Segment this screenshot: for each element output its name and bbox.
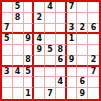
- cell-r3c4[interactable]: [34, 24, 45, 35]
- cell-r1c8[interactable]: [77, 2, 88, 13]
- cell-r8c3[interactable]: [24, 77, 35, 88]
- cell-r2c2[interactable]: 8: [13, 13, 24, 24]
- cell-r7c9[interactable]: 7: [88, 67, 99, 78]
- cell-r2c7[interactable]: [67, 13, 78, 24]
- cell-r3c8[interactable]: 2: [77, 24, 88, 35]
- cell-r2c4[interactable]: 2: [34, 13, 45, 24]
- cell-r5c1[interactable]: [2, 45, 13, 56]
- cell-r8c7[interactable]: [67, 77, 78, 88]
- cell-r3c1[interactable]: 7: [2, 24, 13, 35]
- cell-r7c2[interactable]: 4: [13, 67, 24, 78]
- cell-r2c8[interactable]: [77, 13, 88, 24]
- cell-r7c3[interactable]: 5: [24, 67, 35, 78]
- cell-r1c6[interactable]: [56, 2, 67, 13]
- cell-r1c5[interactable]: 4: [45, 2, 56, 13]
- cell-r5c7[interactable]: [67, 45, 78, 56]
- cell-r4c3[interactable]: 9: [24, 34, 35, 45]
- cell-r5c9[interactable]: [88, 45, 99, 56]
- cell-r2c1[interactable]: [2, 13, 13, 24]
- cell-r9c9[interactable]: [88, 88, 99, 99]
- cell-r6c2[interactable]: [13, 56, 24, 67]
- cell-r6c7[interactable]: 9: [67, 56, 78, 67]
- sudoku-board: 54782732659419588692345746179: [0, 0, 101, 101]
- cell-r1c1[interactable]: [2, 2, 13, 13]
- cell-r1c7[interactable]: 7: [67, 2, 78, 13]
- cell-r9c5[interactable]: 7: [45, 88, 56, 99]
- cell-r3c6[interactable]: [56, 24, 67, 35]
- cell-r6c4[interactable]: [34, 56, 45, 67]
- cell-r9c3[interactable]: 1: [24, 88, 35, 99]
- cell-r8c4[interactable]: [34, 77, 45, 88]
- cell-r3c3[interactable]: [24, 24, 35, 35]
- cell-r9c2[interactable]: [13, 88, 24, 99]
- cell-r8c8[interactable]: 6: [77, 77, 88, 88]
- cell-r6c3[interactable]: 8: [24, 56, 35, 67]
- cell-r3c2[interactable]: [13, 24, 24, 35]
- cell-r2c5[interactable]: [45, 13, 56, 24]
- cell-r5c4[interactable]: 9: [34, 45, 45, 56]
- cell-r3c9[interactable]: 6: [88, 24, 99, 35]
- cell-r8c1[interactable]: [2, 77, 13, 88]
- cell-r6c1[interactable]: [2, 56, 13, 67]
- cell-r9c1[interactable]: [2, 88, 13, 99]
- cell-r4c5[interactable]: [45, 34, 56, 45]
- cell-r1c2[interactable]: 5: [13, 2, 24, 13]
- cell-r5c5[interactable]: 5: [45, 45, 56, 56]
- cell-r2c3[interactable]: [24, 13, 35, 24]
- cell-r4c4[interactable]: 4: [34, 34, 45, 45]
- cell-r9c4[interactable]: [34, 88, 45, 99]
- cell-r8c2[interactable]: [13, 77, 24, 88]
- cell-r7c1[interactable]: 3: [2, 67, 13, 78]
- cell-r4c8[interactable]: [77, 34, 88, 45]
- cell-r9c6[interactable]: [56, 88, 67, 99]
- cell-r5c8[interactable]: [77, 45, 88, 56]
- cell-r2c6[interactable]: [56, 13, 67, 24]
- cell-r7c8[interactable]: [77, 67, 88, 78]
- cell-r5c3[interactable]: [24, 45, 35, 56]
- cell-r1c3[interactable]: [24, 2, 35, 13]
- cell-r8c9[interactable]: [88, 77, 99, 88]
- cell-r7c4[interactable]: [34, 67, 45, 78]
- cell-r3c5[interactable]: [45, 24, 56, 35]
- cell-r6c6[interactable]: 6: [56, 56, 67, 67]
- cell-r6c9[interactable]: 2: [88, 56, 99, 67]
- cell-r6c5[interactable]: [45, 56, 56, 67]
- cell-r2c9[interactable]: [88, 13, 99, 24]
- cell-r5c2[interactable]: [13, 45, 24, 56]
- cell-r3c7[interactable]: 3: [67, 24, 78, 35]
- cell-r8c6[interactable]: 4: [56, 77, 67, 88]
- cell-r8c5[interactable]: [45, 77, 56, 88]
- cell-r9c8[interactable]: 9: [77, 88, 88, 99]
- cell-r6c8[interactable]: [77, 56, 88, 67]
- cell-r4c1[interactable]: 5: [2, 34, 13, 45]
- cell-r7c5[interactable]: [45, 67, 56, 78]
- cell-r4c7[interactable]: 1: [67, 34, 78, 45]
- cell-r1c4[interactable]: [34, 2, 45, 13]
- cell-r7c6[interactable]: [56, 67, 67, 78]
- cell-r4c9[interactable]: [88, 34, 99, 45]
- cell-r7c7[interactable]: [67, 67, 78, 78]
- cell-r5c6[interactable]: 8: [56, 45, 67, 56]
- cell-r4c2[interactable]: [13, 34, 24, 45]
- cell-r1c9[interactable]: [88, 2, 99, 13]
- cell-r9c7[interactable]: [67, 88, 78, 99]
- cell-r4c6[interactable]: [56, 34, 67, 45]
